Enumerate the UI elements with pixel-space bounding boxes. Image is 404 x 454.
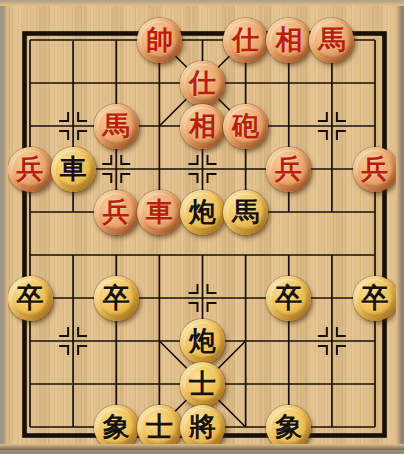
- red-horse-character: 馬: [103, 112, 130, 139]
- xiangqi-board[interactable]: 帥仕相馬仕馬相砲兵兵兵兵車車炮馬卒卒卒卒炮士象士將象: [0, 0, 404, 454]
- red-soldier[interactable]: 兵: [353, 147, 398, 192]
- red-elephant[interactable]: 相: [266, 18, 311, 63]
- red-soldier-character: 兵: [103, 198, 130, 225]
- black-cannon-character: 炮: [189, 198, 216, 225]
- black-soldier-character: 卒: [275, 284, 302, 311]
- red-horse[interactable]: 馬: [94, 104, 139, 149]
- black-elephant-character: 象: [103, 413, 130, 440]
- black-general-face: 將: [184, 408, 222, 446]
- black-advisor-face: 士: [184, 365, 222, 403]
- black-advisor[interactable]: 士: [137, 405, 182, 450]
- red-cannon-character: 砲: [232, 112, 259, 139]
- black-advisor[interactable]: 士: [180, 362, 225, 407]
- red-soldier-face: 兵: [356, 150, 394, 188]
- red-cannon[interactable]: 砲: [223, 104, 268, 149]
- red-advisor-character: 仕: [189, 69, 216, 96]
- black-soldier-face: 卒: [270, 279, 308, 317]
- black-general[interactable]: 將: [180, 405, 225, 450]
- red-soldier[interactable]: 兵: [94, 190, 139, 235]
- red-chariot[interactable]: 車: [137, 190, 182, 235]
- black-soldier-character: 卒: [103, 284, 130, 311]
- black-general-character: 將: [189, 413, 216, 440]
- red-advisor[interactable]: 仕: [223, 18, 268, 63]
- red-advisor[interactable]: 仕: [180, 61, 225, 106]
- red-elephant-face: 相: [270, 21, 308, 59]
- black-chariot-face: 車: [54, 150, 92, 188]
- black-advisor-character: 士: [189, 370, 216, 397]
- red-chariot-character: 車: [146, 198, 173, 225]
- black-elephant-character: 象: [275, 413, 302, 440]
- black-elephant-face: 象: [270, 408, 308, 446]
- black-cannon-face: 炮: [184, 322, 222, 360]
- red-soldier-character: 兵: [275, 155, 302, 182]
- red-soldier-character: 兵: [17, 155, 44, 182]
- red-soldier[interactable]: 兵: [8, 147, 53, 192]
- red-elephant-character: 相: [189, 112, 216, 139]
- black-horse-character: 馬: [232, 198, 259, 225]
- red-advisor-face: 仕: [227, 21, 265, 59]
- black-soldier-character: 卒: [17, 284, 44, 311]
- black-elephant-face: 象: [97, 408, 135, 446]
- black-soldier[interactable]: 卒: [94, 276, 139, 321]
- red-soldier-character: 兵: [362, 155, 389, 182]
- black-advisor-character: 士: [146, 413, 173, 440]
- red-elephant[interactable]: 相: [180, 104, 225, 149]
- red-horse-face: 馬: [313, 21, 351, 59]
- red-horse[interactable]: 馬: [309, 18, 354, 63]
- black-soldier[interactable]: 卒: [8, 276, 53, 321]
- black-soldier[interactable]: 卒: [266, 276, 311, 321]
- red-soldier-face: 兵: [97, 193, 135, 231]
- black-chariot-character: 車: [60, 155, 87, 182]
- black-chariot[interactable]: 車: [51, 147, 96, 192]
- black-horse[interactable]: 馬: [223, 190, 268, 235]
- black-cannon[interactable]: 炮: [180, 190, 225, 235]
- red-elephant-face: 相: [184, 107, 222, 145]
- red-cannon-face: 砲: [227, 107, 265, 145]
- black-soldier-face: 卒: [356, 279, 394, 317]
- black-cannon-character: 炮: [189, 327, 216, 354]
- black-elephant[interactable]: 象: [266, 405, 311, 450]
- red-horse-face: 馬: [97, 107, 135, 145]
- black-cannon-face: 炮: [184, 193, 222, 231]
- black-soldier-face: 卒: [11, 279, 49, 317]
- red-soldier-face: 兵: [11, 150, 49, 188]
- red-soldier[interactable]: 兵: [266, 147, 311, 192]
- red-general-face: 帥: [140, 21, 178, 59]
- black-elephant[interactable]: 象: [94, 405, 139, 450]
- black-soldier-character: 卒: [362, 284, 389, 311]
- red-soldier-face: 兵: [270, 150, 308, 188]
- red-general-character: 帥: [146, 26, 173, 53]
- red-horse-character: 馬: [318, 26, 345, 53]
- black-soldier[interactable]: 卒: [353, 276, 398, 321]
- black-horse-face: 馬: [227, 193, 265, 231]
- red-general[interactable]: 帥: [137, 18, 182, 63]
- red-elephant-character: 相: [275, 26, 302, 53]
- black-advisor-face: 士: [140, 408, 178, 446]
- red-chariot-face: 車: [140, 193, 178, 231]
- red-advisor-face: 仕: [184, 64, 222, 102]
- black-cannon[interactable]: 炮: [180, 319, 225, 364]
- black-soldier-face: 卒: [97, 279, 135, 317]
- red-advisor-character: 仕: [232, 26, 259, 53]
